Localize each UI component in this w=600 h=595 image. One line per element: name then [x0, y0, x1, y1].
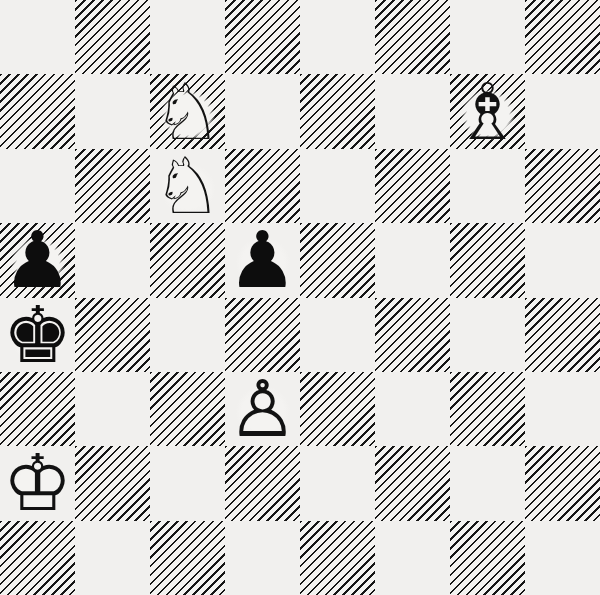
square-a8 [0, 0, 75, 74]
square-e5 [300, 223, 375, 297]
square-g1 [450, 521, 525, 595]
square-d5: ♟ [225, 223, 300, 297]
square-g4 [450, 298, 525, 372]
square-b3 [75, 372, 150, 446]
piece-white-knight-c7: ♘ [153, 76, 223, 148]
square-b6 [75, 149, 150, 223]
square-e4 [300, 298, 375, 372]
square-a6 [0, 149, 75, 223]
square-f1 [375, 521, 450, 595]
square-a4: ♚ [0, 298, 75, 372]
square-f2 [375, 446, 450, 520]
square-a1 [0, 521, 75, 595]
square-b2 [75, 446, 150, 520]
square-a7 [0, 74, 75, 148]
square-h6 [525, 149, 600, 223]
square-c8 [150, 0, 225, 74]
piece-black-pawn-d5: ♟ [228, 224, 298, 296]
square-f8 [375, 0, 450, 74]
square-e3 [300, 372, 375, 446]
piece-white-pawn-d3: ♙ [228, 373, 298, 445]
square-e8 [300, 0, 375, 74]
square-d1 [225, 521, 300, 595]
square-g6 [450, 149, 525, 223]
piece-black-king-a4: ♚ [3, 299, 73, 371]
square-c6: ♘ [150, 149, 225, 223]
square-b5 [75, 223, 150, 297]
piece-white-knight-c6: ♘ [153, 150, 223, 222]
square-a3 [0, 372, 75, 446]
square-e2 [300, 446, 375, 520]
square-h4 [525, 298, 600, 372]
square-c5 [150, 223, 225, 297]
square-g3 [450, 372, 525, 446]
square-h5 [525, 223, 600, 297]
square-h2 [525, 446, 600, 520]
square-c1 [150, 521, 225, 595]
square-f7 [375, 74, 450, 148]
square-g8 [450, 0, 525, 74]
square-c3 [150, 372, 225, 446]
square-e6 [300, 149, 375, 223]
square-d3: ♙ [225, 372, 300, 446]
square-e7 [300, 74, 375, 148]
square-a5: ♟ [0, 223, 75, 297]
square-c2 [150, 446, 225, 520]
square-e1 [300, 521, 375, 595]
piece-white-king-a2: ♔ [3, 447, 73, 519]
square-d2 [225, 446, 300, 520]
square-b4 [75, 298, 150, 372]
square-g7: ♗ [450, 74, 525, 148]
chess-board: ♘♗♘♟♟♚♙♔ [0, 0, 600, 595]
square-f5 [375, 223, 450, 297]
square-h3 [525, 372, 600, 446]
square-g2 [450, 446, 525, 520]
square-g5 [450, 223, 525, 297]
square-d7 [225, 74, 300, 148]
square-h7 [525, 74, 600, 148]
square-b7 [75, 74, 150, 148]
square-f6 [375, 149, 450, 223]
square-a2: ♔ [0, 446, 75, 520]
square-f3 [375, 372, 450, 446]
square-c7: ♘ [150, 74, 225, 148]
piece-white-bishop-g7: ♗ [453, 76, 523, 148]
square-b8 [75, 0, 150, 74]
square-d6 [225, 149, 300, 223]
square-f4 [375, 298, 450, 372]
square-c4 [150, 298, 225, 372]
piece-black-pawn-a5: ♟ [3, 224, 73, 296]
square-d4 [225, 298, 300, 372]
square-d8 [225, 0, 300, 74]
square-h1 [525, 521, 600, 595]
square-h8 [525, 0, 600, 74]
square-b1 [75, 521, 150, 595]
